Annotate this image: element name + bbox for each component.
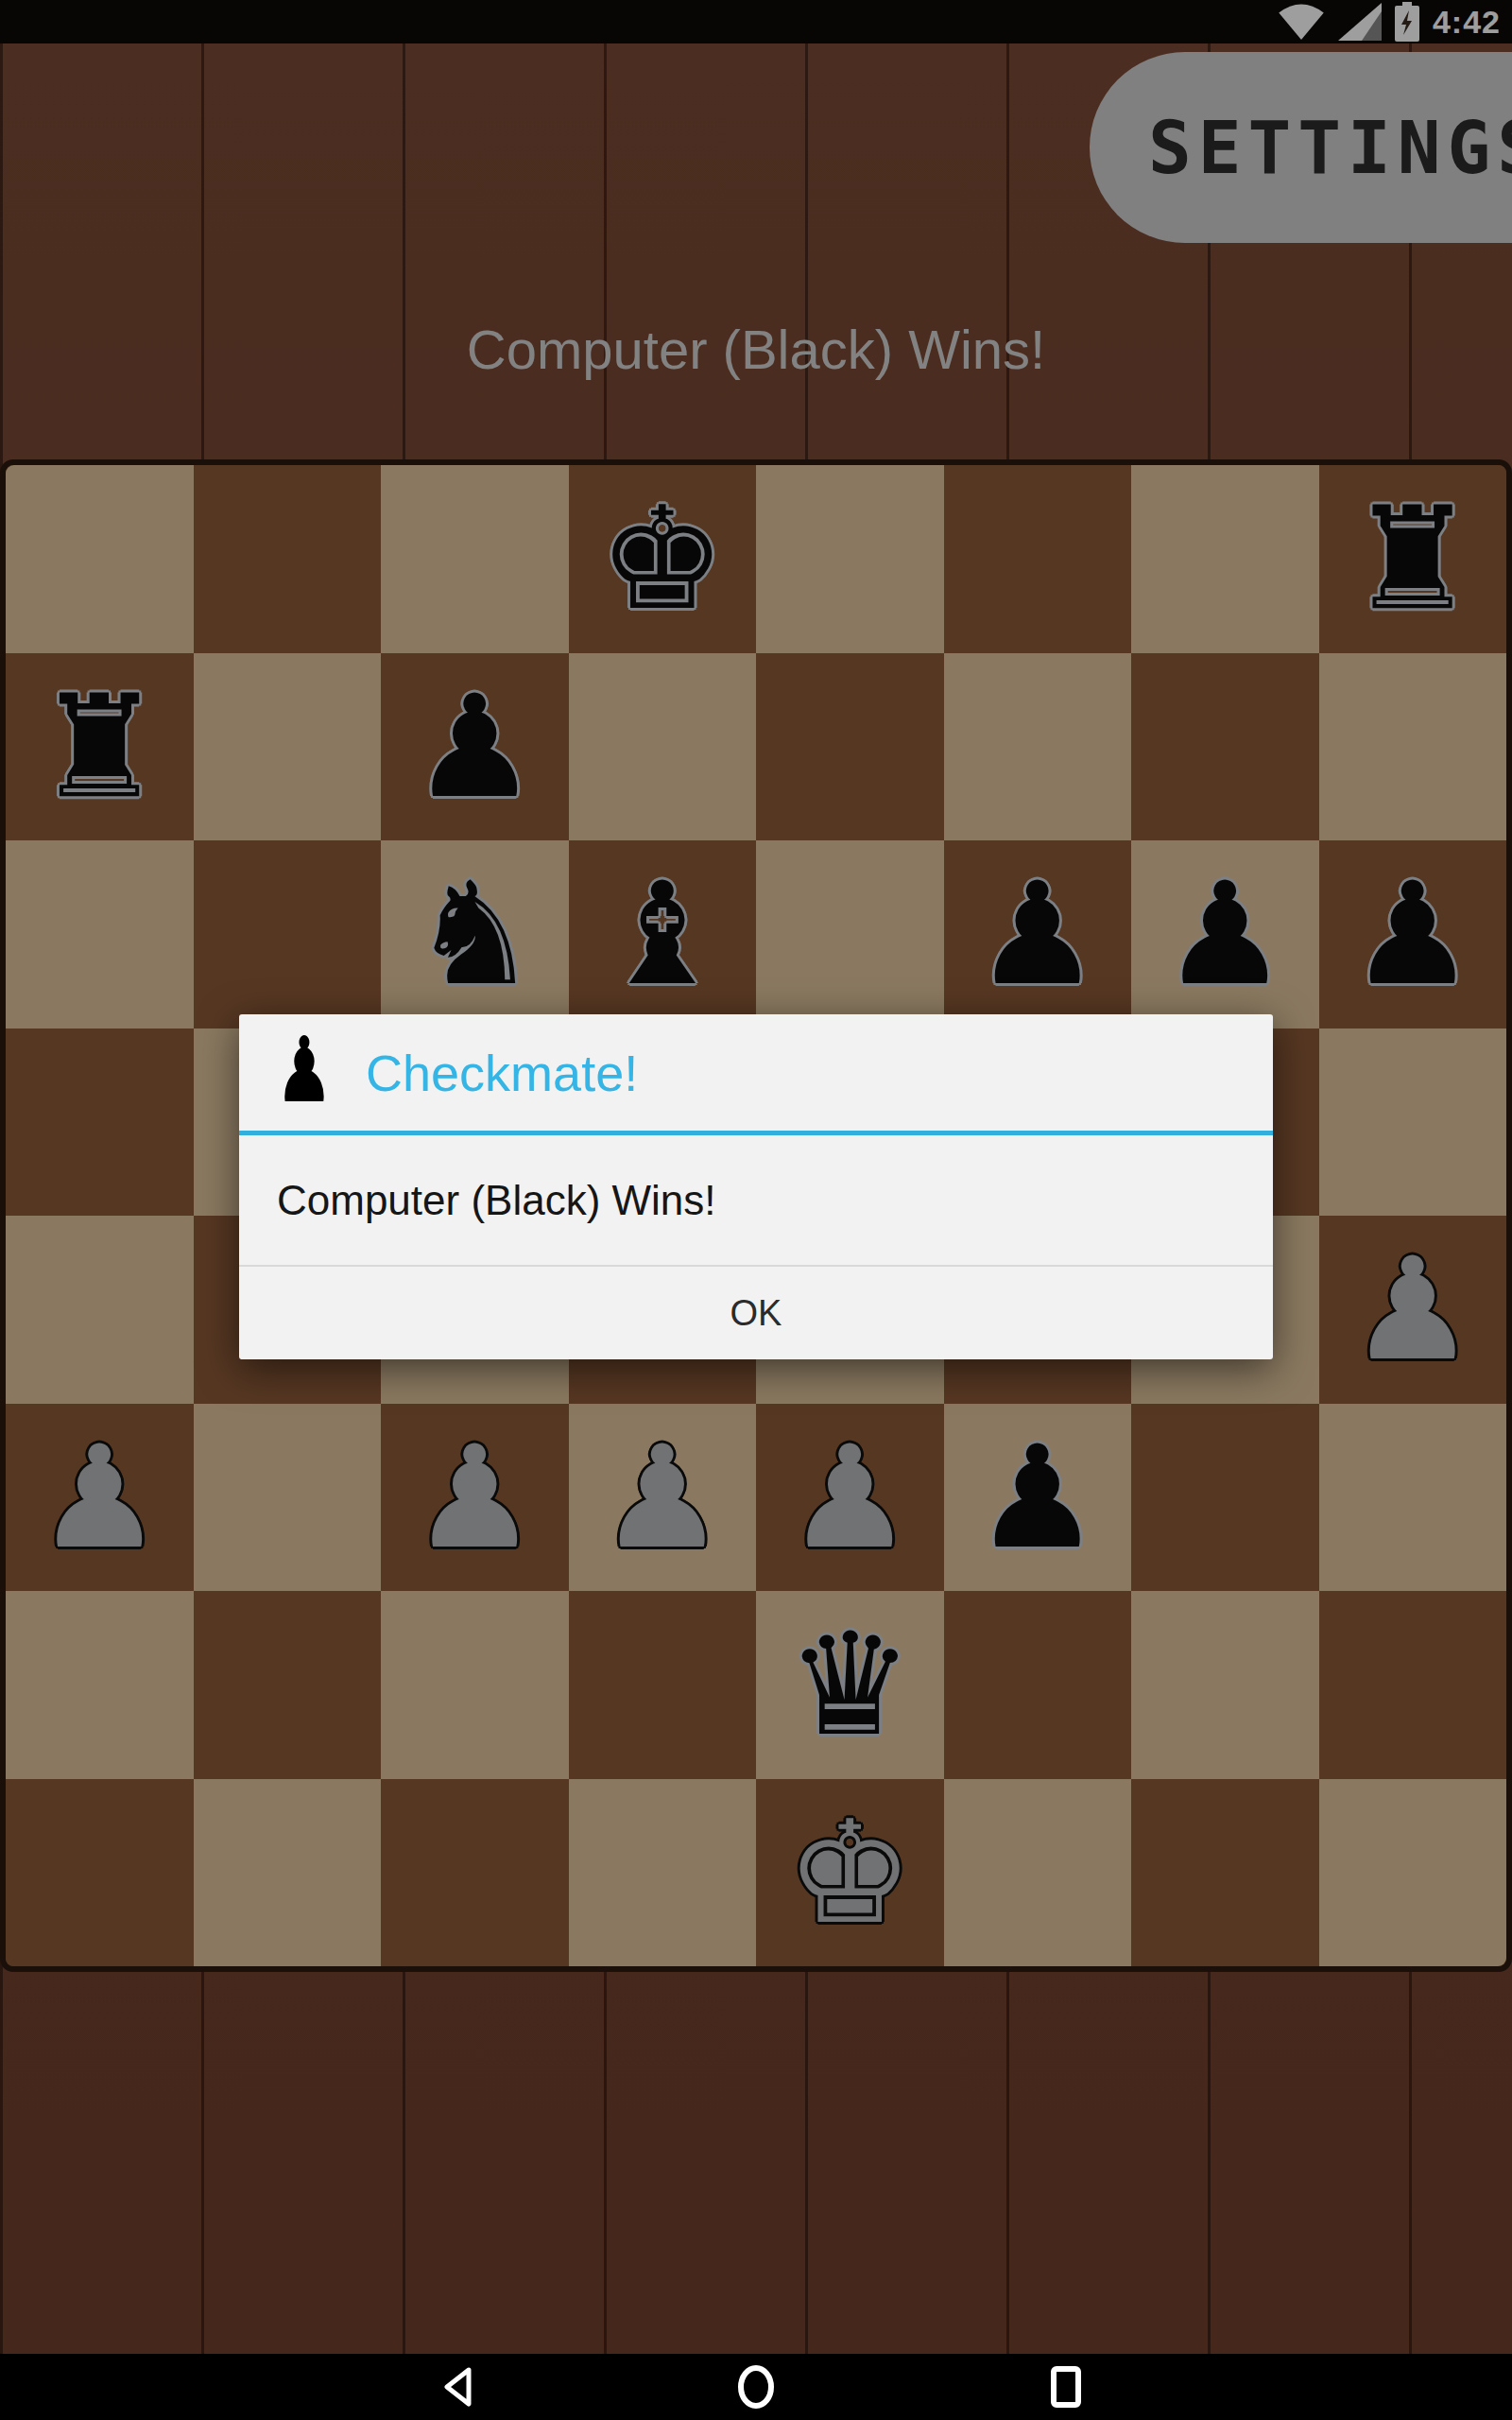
navigation-bar [0, 2354, 1512, 2420]
ok-button[interactable]: OK [239, 1267, 1273, 1359]
dialog-message: Computer (Black) Wins! [239, 1135, 1273, 1265]
checkmate-dialog: ♟ Checkmate! Computer (Black) Wins! OK [239, 1014, 1273, 1359]
black-pawn-icon: ♟ [275, 1025, 334, 1115]
home-icon[interactable] [695, 2354, 817, 2420]
app-screen: 4:42 SETTINGS Computer (Black) Wins! ♚♜♜… [0, 0, 1512, 2420]
recents-icon[interactable] [1005, 2354, 1127, 2420]
dialog-title-bar: ♟ Checkmate! [239, 1014, 1273, 1131]
back-icon[interactable] [397, 2354, 520, 2420]
dialog-title: Checkmate! [366, 1044, 638, 1102]
